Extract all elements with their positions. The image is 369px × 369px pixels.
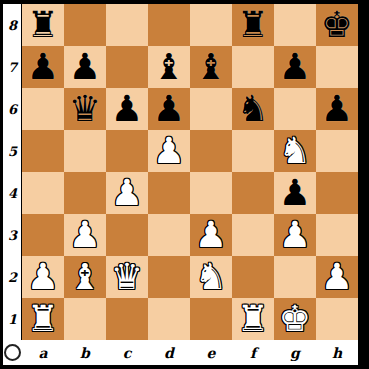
square-a5[interactable]	[22, 130, 64, 172]
rank-label-8: 8	[3, 4, 22, 46]
white-pawn-b3[interactable]: ♟	[64, 214, 106, 256]
square-h2[interactable]: ♟	[316, 256, 358, 298]
square-c1[interactable]	[106, 298, 148, 340]
file-label-g: g	[274, 340, 316, 365]
white-rook-f1[interactable]: ♜	[232, 298, 274, 340]
white-to-move-indicator	[4, 344, 21, 361]
black-pawn-a7[interactable]: ♟	[22, 46, 64, 88]
white-pawn-a2[interactable]: ♟	[22, 256, 64, 298]
square-f1[interactable]: ♜	[232, 298, 274, 340]
white-pawn-e3[interactable]: ♟	[190, 214, 232, 256]
square-h1[interactable]	[316, 298, 358, 340]
white-queen-c2[interactable]: ♛	[106, 256, 148, 298]
square-b1[interactable]	[64, 298, 106, 340]
black-bishop-glyph: ♝	[153, 46, 185, 88]
square-g1[interactable]: ♚	[274, 298, 316, 340]
black-pawn-d6[interactable]: ♟	[148, 88, 190, 130]
square-h8[interactable]: ♚	[316, 4, 358, 46]
white-pawn-glyph: ♟	[69, 214, 101, 256]
square-e8[interactable]	[190, 4, 232, 46]
black-pawn-glyph: ♟	[279, 172, 311, 214]
square-a8[interactable]: ♜	[22, 4, 64, 46]
square-a3[interactable]	[22, 214, 64, 256]
square-f2[interactable]	[232, 256, 274, 298]
square-d1[interactable]	[148, 298, 190, 340]
square-b8[interactable]	[64, 4, 106, 46]
black-knight-f6[interactable]: ♞	[232, 88, 274, 130]
square-g4[interactable]: ♟	[274, 172, 316, 214]
black-bishop-d7[interactable]: ♝	[148, 46, 190, 88]
square-d5[interactable]: ♟	[148, 130, 190, 172]
chess-board: ♜♜♚♟♟♝♝♟♛♟♟♞♟♟♞♟♟♟♟♟♟♝♛♞♟♜♜♚	[22, 4, 358, 340]
black-queen-glyph: ♛	[69, 88, 101, 130]
white-pawn-glyph: ♟	[321, 256, 353, 298]
square-c8[interactable]	[106, 4, 148, 46]
square-e6[interactable]	[190, 88, 232, 130]
rank-coordinates: 87654321	[3, 4, 22, 340]
turn-indicator-area	[3, 340, 22, 365]
white-pawn-glyph: ♟	[111, 172, 143, 214]
square-e4[interactable]	[190, 172, 232, 214]
square-h7[interactable]	[316, 46, 358, 88]
file-label-b: b	[64, 340, 106, 365]
square-g2[interactable]	[274, 256, 316, 298]
square-b4[interactable]	[64, 172, 106, 214]
square-d6[interactable]: ♟	[148, 88, 190, 130]
square-f7[interactable]	[232, 46, 274, 88]
square-h6[interactable]: ♟	[316, 88, 358, 130]
square-e5[interactable]	[190, 130, 232, 172]
rank-label-1: 1	[3, 298, 22, 340]
square-b5[interactable]	[64, 130, 106, 172]
square-b6[interactable]: ♛	[64, 88, 106, 130]
white-king-glyph: ♚	[279, 298, 311, 340]
white-knight-e2[interactable]: ♞	[190, 256, 232, 298]
black-king-glyph: ♚	[321, 4, 353, 46]
square-c4[interactable]: ♟	[106, 172, 148, 214]
white-knight-g5[interactable]: ♞	[274, 130, 316, 172]
square-b7[interactable]: ♟	[64, 46, 106, 88]
black-pawn-c6[interactable]: ♟	[106, 88, 148, 130]
white-rook-a1[interactable]: ♜	[22, 298, 64, 340]
black-rook-glyph: ♜	[237, 4, 269, 46]
square-e7[interactable]: ♝	[190, 46, 232, 88]
square-e1[interactable]	[190, 298, 232, 340]
square-c2[interactable]: ♛	[106, 256, 148, 298]
black-bishop-e7[interactable]: ♝	[190, 46, 232, 88]
black-pawn-glyph: ♟	[69, 46, 101, 88]
file-label-c: c	[106, 340, 148, 365]
square-d7[interactable]: ♝	[148, 46, 190, 88]
file-coordinates: abcdefgh	[22, 340, 358, 365]
black-queen-b6[interactable]: ♛	[64, 88, 106, 130]
square-f5[interactable]	[232, 130, 274, 172]
file-label-e: e	[190, 340, 232, 365]
square-c6[interactable]: ♟	[106, 88, 148, 130]
rank-label-4: 4	[3, 172, 22, 214]
square-g7[interactable]: ♟	[274, 46, 316, 88]
black-pawn-glyph: ♟	[279, 46, 311, 88]
white-pawn-glyph: ♟	[153, 130, 185, 172]
rank-label-5: 5	[3, 130, 22, 172]
white-bishop-b2[interactable]: ♝	[64, 256, 106, 298]
white-pawn-h2[interactable]: ♟	[316, 256, 358, 298]
square-f4[interactable]	[232, 172, 274, 214]
square-g8[interactable]	[274, 4, 316, 46]
square-c5[interactable]	[106, 130, 148, 172]
square-a2[interactable]: ♟	[22, 256, 64, 298]
square-a7[interactable]: ♟	[22, 46, 64, 88]
rank-label-3: 3	[3, 214, 22, 256]
rank-label-2: 2	[3, 256, 22, 298]
black-pawn-glyph: ♟	[153, 88, 185, 130]
square-h3[interactable]	[316, 214, 358, 256]
square-h4[interactable]	[316, 172, 358, 214]
file-label-f: f	[232, 340, 274, 365]
square-g3[interactable]: ♟	[274, 214, 316, 256]
square-a1[interactable]: ♜	[22, 298, 64, 340]
black-rook-f8[interactable]: ♜	[232, 4, 274, 46]
square-b2[interactable]: ♝	[64, 256, 106, 298]
white-bishop-glyph: ♝	[69, 256, 101, 298]
black-pawn-g7[interactable]: ♟	[274, 46, 316, 88]
square-d2[interactable]	[148, 256, 190, 298]
black-pawn-glyph: ♟	[321, 88, 353, 130]
board-with-coordinates: 87654321 ♜♜♚♟♟♝♝♟♛♟♟♞♟♟♞♟♟♟♟♟♟♝♛♞♟♜♜♚ ab…	[3, 4, 358, 365]
white-pawn-glyph: ♟	[195, 214, 227, 256]
file-label-d: d	[148, 340, 190, 365]
white-pawn-c4[interactable]: ♟	[106, 172, 148, 214]
square-d3[interactable]	[148, 214, 190, 256]
white-knight-glyph: ♞	[279, 130, 311, 172]
white-pawn-g3[interactable]: ♟	[274, 214, 316, 256]
white-rook-glyph: ♜	[237, 298, 269, 340]
white-knight-glyph: ♞	[195, 256, 227, 298]
file-label-a: a	[22, 340, 64, 365]
black-pawn-g4[interactable]: ♟	[274, 172, 316, 214]
square-c7[interactable]	[106, 46, 148, 88]
square-c3[interactable]	[106, 214, 148, 256]
file-label-h: h	[316, 340, 358, 365]
square-f8[interactable]: ♜	[232, 4, 274, 46]
white-pawn-glyph: ♟	[279, 214, 311, 256]
black-king-h8[interactable]: ♚	[316, 4, 358, 46]
square-d8[interactable]	[148, 4, 190, 46]
square-a6[interactable]	[22, 88, 64, 130]
black-pawn-glyph: ♟	[27, 46, 59, 88]
rank-label-6: 6	[3, 88, 22, 130]
white-rook-glyph: ♜	[27, 298, 59, 340]
white-pawn-d5[interactable]: ♟	[148, 130, 190, 172]
black-knight-glyph: ♞	[237, 88, 269, 130]
square-h5[interactable]	[316, 130, 358, 172]
white-king-g1[interactable]: ♚	[274, 298, 316, 340]
square-e3[interactable]: ♟	[190, 214, 232, 256]
square-e2[interactable]: ♞	[190, 256, 232, 298]
square-f6[interactable]: ♞	[232, 88, 274, 130]
square-b3[interactable]: ♟	[64, 214, 106, 256]
square-f3[interactable]	[232, 214, 274, 256]
black-pawn-glyph: ♟	[111, 88, 143, 130]
white-queen-glyph: ♛	[111, 256, 143, 298]
black-rook-a8[interactable]: ♜	[22, 4, 64, 46]
square-a4[interactable]	[22, 172, 64, 214]
black-rook-glyph: ♜	[27, 4, 59, 46]
square-d4[interactable]	[148, 172, 190, 214]
black-pawn-h6[interactable]: ♟	[316, 88, 358, 130]
black-bishop-glyph: ♝	[195, 46, 227, 88]
chess-diagram: 87654321 ♜♜♚♟♟♝♝♟♛♟♟♞♟♟♞♟♟♟♟♟♟♝♛♞♟♜♜♚ ab…	[0, 0, 369, 369]
square-g5[interactable]: ♞	[274, 130, 316, 172]
white-pawn-glyph: ♟	[27, 256, 59, 298]
square-g6[interactable]	[274, 88, 316, 130]
black-pawn-b7[interactable]: ♟	[64, 46, 106, 88]
rank-label-7: 7	[3, 46, 22, 88]
